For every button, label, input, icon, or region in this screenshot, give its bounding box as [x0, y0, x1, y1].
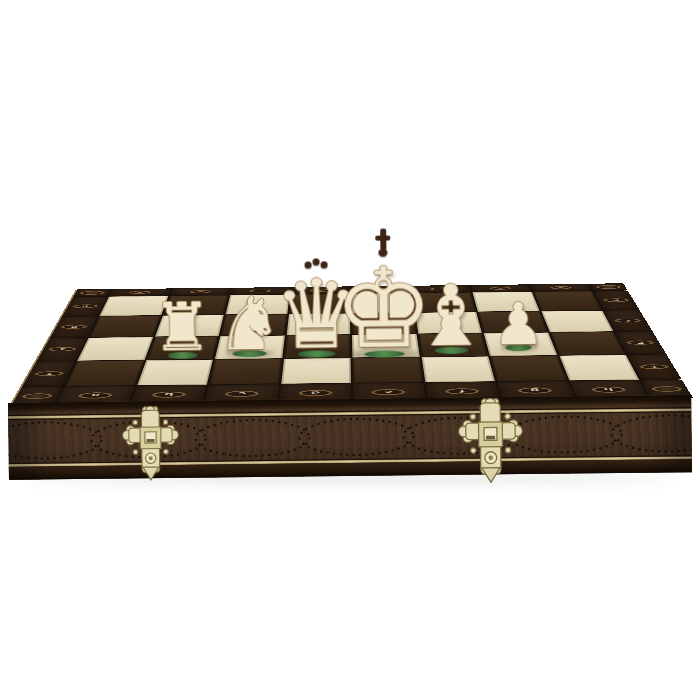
box-front-face [8, 395, 692, 480]
rank-number-medallion: 1 [639, 364, 670, 369]
brass-latch-icon [122, 403, 179, 482]
square-h1 [559, 355, 639, 381]
square-a2 [77, 337, 152, 361]
rank-number-medallion: 2 [626, 340, 655, 345]
queen-dark-finial-icon [320, 261, 327, 268]
corner-back-left [73, 289, 111, 296]
rank-number-medallion: 4 [603, 298, 630, 302]
white-rook-piece: ♜ [149, 295, 216, 362]
product-photo-chess-box: 44332211abcdefgh ♜♞♛♚♝♟ [0, 0, 700, 700]
corner-back-right [590, 283, 628, 290]
file-letter-medallion: c [225, 391, 260, 397]
square-h2 [550, 332, 626, 355]
file-letter-medallion: g [518, 387, 553, 393]
rank-number-medallion: 4 [72, 304, 99, 308]
white-bishop-piece: ♝ [409, 273, 494, 358]
queen-dark-finial-icon [304, 261, 311, 268]
file-letter-medallion: a [77, 392, 113, 398]
rank-number-medallion: 1 [34, 371, 65, 376]
king-dark-cross-icon [375, 236, 390, 241]
rank-number-medallion: 3 [614, 318, 642, 322]
file-letter-medallion: d [298, 390, 332, 396]
corner-rosette-icon [651, 386, 684, 392]
back-medallion-icon [550, 286, 572, 289]
brass-latch-icon [458, 395, 523, 484]
corner-rosette-icon [595, 285, 621, 289]
file-letter-medallion: h [590, 386, 626, 392]
white-pawn-piece: ♟ [489, 294, 548, 353]
floor-shadow [26, 474, 672, 483]
corner-rosette-icon [21, 393, 53, 399]
square-a1 [65, 360, 144, 386]
face-shading [8, 395, 692, 480]
corner-rosette-icon [79, 291, 105, 295]
queen-dark-finial-icon [312, 258, 319, 265]
file-letter-medallion: f [445, 388, 480, 394]
back-medallion-icon [129, 291, 151, 294]
chess-box: 44332211abcdefgh ♜♞♛♚♝♟ [0, 0, 700, 700]
file-letter-medallion: b [151, 391, 186, 397]
rank-number-medallion: 2 [48, 347, 77, 352]
square-h3 [541, 311, 613, 333]
square-g1 [490, 356, 567, 382]
rank-number-medallion: 3 [60, 325, 88, 329]
file-letter-medallion: e [372, 389, 406, 395]
